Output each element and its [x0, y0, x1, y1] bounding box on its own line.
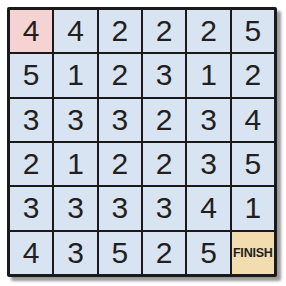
maze-cell-r2c6[interactable]: 2 [232, 54, 274, 96]
maze-cell-r4c1[interactable]: 2 [10, 143, 52, 185]
maze-cell-r3c4[interactable]: 2 [143, 99, 185, 141]
maze-cell-r1c3[interactable]: 2 [99, 10, 141, 52]
maze-cell-r2c1[interactable]: 5 [10, 54, 52, 96]
maze-cell-r2c4[interactable]: 3 [143, 54, 185, 96]
maze-cell-r5c2[interactable]: 3 [54, 187, 96, 229]
maze-cell-r6c5[interactable]: 5 [187, 232, 229, 274]
maze-cell-r2c3[interactable]: 2 [99, 54, 141, 96]
start-cell[interactable]: 4 [10, 10, 52, 52]
maze-cell-r3c3[interactable]: 3 [99, 99, 141, 141]
maze-cell-r4c2[interactable]: 1 [54, 143, 96, 185]
maze-cell-r1c5[interactable]: 2 [187, 10, 229, 52]
maze-cell-r6c1[interactable]: 4 [10, 232, 52, 274]
maze-cell-r5c5[interactable]: 4 [187, 187, 229, 229]
maze-cell-r6c2[interactable]: 3 [54, 232, 96, 274]
maze-cell-r4c3[interactable]: 2 [99, 143, 141, 185]
maze-cell-r6c3[interactable]: 5 [99, 232, 141, 274]
maze-cell-r4c4[interactable]: 2 [143, 143, 185, 185]
finish-cell[interactable]: FINISH [232, 232, 274, 274]
maze-cell-r5c6[interactable]: 1 [232, 187, 274, 229]
number-maze-board: 44222551231233323421223533334143525FINIS… [7, 7, 277, 277]
maze-cell-r3c2[interactable]: 3 [54, 99, 96, 141]
maze-cell-r2c5[interactable]: 1 [187, 54, 229, 96]
maze-cell-r3c5[interactable]: 3 [187, 99, 229, 141]
maze-cell-r1c6[interactable]: 5 [232, 10, 274, 52]
maze-cell-r5c3[interactable]: 3 [99, 187, 141, 229]
maze-cell-r1c2[interactable]: 4 [54, 10, 96, 52]
maze-cell-r2c2[interactable]: 1 [54, 54, 96, 96]
maze-cell-r5c1[interactable]: 3 [10, 187, 52, 229]
maze-cell-r4c5[interactable]: 3 [187, 143, 229, 185]
maze-cell-r5c4[interactable]: 3 [143, 187, 185, 229]
number-maze-page: 44222551231233323421223533334143525FINIS… [0, 0, 286, 286]
maze-cell-r3c6[interactable]: 4 [232, 99, 274, 141]
maze-cell-r3c1[interactable]: 3 [10, 99, 52, 141]
maze-cell-r1c4[interactable]: 2 [143, 10, 185, 52]
maze-cell-r6c4[interactable]: 2 [143, 232, 185, 274]
maze-cell-r4c6[interactable]: 5 [232, 143, 274, 185]
